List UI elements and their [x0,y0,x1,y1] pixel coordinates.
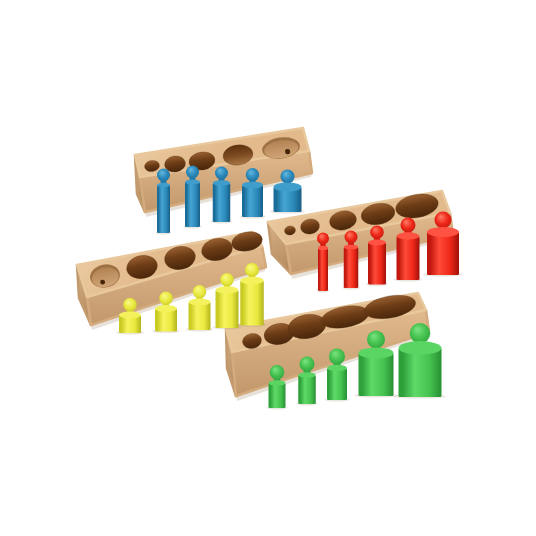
green-cylinder-4-knob [367,331,385,349]
blue-cylinder-3-top [213,180,231,186]
red-cylinder-5-top [427,227,459,237]
red-cylinder-5-knob [435,212,452,229]
green-cylinder-1-knob [270,365,285,380]
blue-cylinder-1-top [157,183,170,187]
green-cylinder-3-knob [329,349,345,365]
red-cylinder-4-top [397,232,420,239]
green-cylinder-2-top [298,372,316,378]
red-cylinder-3-top [368,240,386,246]
green-cylinder-2-knob [300,357,315,372]
blue-cylinder-5-knob [281,170,295,184]
blue-cylinder-3-knob [215,167,228,180]
red-cylinder-2-body [344,247,359,288]
yellow-cylinder-3-body [189,302,211,330]
montessori-cylinder-blocks-photo [0,0,536,536]
blue-cylinder-1-body [157,185,170,233]
yellow-cylinder-4-body [216,290,239,328]
yellow-cylinder-3-top [189,298,211,305]
red-cylinder-3-body [368,243,386,285]
green-cylinder-5-body [399,348,442,397]
yellow-cylinder-4-knob [220,273,234,287]
red-cylinder-1-body [318,248,328,291]
yellow-cylinder-2-knob [159,292,173,306]
product-photo-stage [0,0,536,536]
yellow-cylinder-1-knob [123,298,137,312]
blue-cylinder-5-top [274,183,302,192]
blue-cylinder-2-top [185,180,200,185]
yellow-cylinder-5-knob [245,263,259,277]
red-cylinder-4-body [397,236,420,280]
red-cylinder-1-knob [317,233,329,245]
blue-cylinder-4-knob [246,168,260,182]
yellow-cylinder-5-top [240,277,264,285]
green-cylinder-5-top [399,341,442,355]
yellow-cylinder-2-top [155,305,177,312]
red-cylinder-4-knob [401,218,416,233]
red-cylinder-1 [317,233,329,293]
green-cylinder-4-body [359,353,394,396]
blue-cylinder-4-top [242,182,263,189]
green-cylinder-5-knob [410,323,431,344]
blue-cylinder-3-body [213,183,231,222]
red-cylinder-5-body [427,232,459,275]
green-cylinder-4-top [359,347,394,358]
blue-cylinder-1-knob [157,169,170,182]
green-cylinder-2-body [298,375,316,404]
yellow-cylinder-3-knob [193,285,207,299]
red-cylinder-3-knob [370,226,384,240]
green-cylinder-3-top [327,365,347,371]
green-cylinder-1-top [269,380,286,385]
blue-cylinder-2-knob [186,166,199,179]
yellow-cylinder-4-top [216,286,239,293]
yellow-cylinder-1-top [119,311,141,318]
red-cylinder-1-top [318,246,328,250]
blue-cylinder-2-body [185,182,200,227]
red-cylinder-2-top [344,245,359,250]
green-cylinder-3-body [327,368,347,400]
red-cylinder-2-knob [345,231,358,244]
green-cylinder-1-body [269,383,286,408]
yellow-cylinder-5-body [240,281,264,326]
blue-cylinder-4-body [242,185,263,217]
